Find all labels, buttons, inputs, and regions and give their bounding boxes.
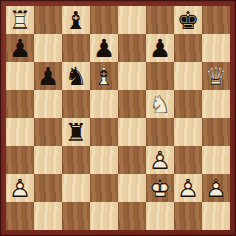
piece-white-bishop[interactable]: ♝♗: [90, 62, 118, 90]
square-d7[interactable]: ♟: [90, 34, 118, 62]
square-h2[interactable]: ♟♙: [202, 174, 230, 202]
square-e5[interactable]: [118, 90, 146, 118]
piece-white-queen[interactable]: ♛♕: [202, 62, 230, 90]
square-d1[interactable]: [90, 202, 118, 230]
square-b5[interactable]: [34, 90, 62, 118]
square-g6[interactable]: [174, 62, 202, 90]
square-g7[interactable]: [174, 34, 202, 62]
square-a1[interactable]: [6, 202, 34, 230]
piece-black-pawn[interactable]: ♟: [90, 34, 118, 62]
square-f6[interactable]: [146, 62, 174, 90]
square-a3[interactable]: [6, 146, 34, 174]
square-f1[interactable]: [146, 202, 174, 230]
square-a5[interactable]: [6, 90, 34, 118]
square-f4[interactable]: [146, 118, 174, 146]
square-b7[interactable]: [34, 34, 62, 62]
piece-black-pawn[interactable]: ♟: [146, 34, 174, 62]
piece-white-king[interactable]: ♚♔: [146, 174, 174, 202]
square-c5[interactable]: [62, 90, 90, 118]
square-g3[interactable]: [174, 146, 202, 174]
square-f7[interactable]: ♟: [146, 34, 174, 62]
square-a8[interactable]: ♜♖: [6, 6, 34, 34]
square-b3[interactable]: [34, 146, 62, 174]
piece-white-pawn[interactable]: ♟♙: [6, 174, 34, 202]
square-e7[interactable]: [118, 34, 146, 62]
piece-white-pawn[interactable]: ♟♙: [174, 174, 202, 202]
piece-white-pawn[interactable]: ♟♙: [146, 146, 174, 174]
square-e2[interactable]: [118, 174, 146, 202]
square-d4[interactable]: [90, 118, 118, 146]
square-e1[interactable]: [118, 202, 146, 230]
square-f5[interactable]: ♞♘: [146, 90, 174, 118]
square-c1[interactable]: [62, 202, 90, 230]
board-frame: ♜♖♝♚♟♟♟♟♞♝♗♛♕♞♘♜♟♙♟♙♚♔♟♙♟♙: [0, 0, 236, 236]
square-f8[interactable]: [146, 6, 174, 34]
square-e6[interactable]: [118, 62, 146, 90]
square-a6[interactable]: [6, 62, 34, 90]
piece-black-rook[interactable]: ♜: [62, 118, 90, 146]
square-d6[interactable]: ♝♗: [90, 62, 118, 90]
square-c8[interactable]: ♝: [62, 6, 90, 34]
square-e3[interactable]: [118, 146, 146, 174]
square-h4[interactable]: [202, 118, 230, 146]
square-b4[interactable]: [34, 118, 62, 146]
square-h5[interactable]: [202, 90, 230, 118]
square-a7[interactable]: ♟: [6, 34, 34, 62]
square-g1[interactable]: [174, 202, 202, 230]
square-c7[interactable]: [62, 34, 90, 62]
square-g4[interactable]: [174, 118, 202, 146]
square-h3[interactable]: [202, 146, 230, 174]
square-d3[interactable]: [90, 146, 118, 174]
chess-board: ♜♖♝♚♟♟♟♟♞♝♗♛♕♞♘♜♟♙♟♙♚♔♟♙♟♙: [6, 6, 230, 230]
square-d5[interactable]: [90, 90, 118, 118]
square-h1[interactable]: [202, 202, 230, 230]
piece-black-pawn[interactable]: ♟: [34, 62, 62, 90]
piece-black-king[interactable]: ♚: [174, 6, 202, 34]
square-e8[interactable]: [118, 6, 146, 34]
square-b6[interactable]: ♟: [34, 62, 62, 90]
square-d8[interactable]: [90, 6, 118, 34]
square-g8[interactable]: ♚: [174, 6, 202, 34]
square-g5[interactable]: [174, 90, 202, 118]
square-b8[interactable]: [34, 6, 62, 34]
square-b2[interactable]: [34, 174, 62, 202]
square-a4[interactable]: [6, 118, 34, 146]
square-b1[interactable]: [34, 202, 62, 230]
square-c2[interactable]: [62, 174, 90, 202]
piece-white-pawn[interactable]: ♟♙: [202, 174, 230, 202]
square-e4[interactable]: [118, 118, 146, 146]
piece-black-bishop[interactable]: ♝: [62, 6, 90, 34]
square-h7[interactable]: [202, 34, 230, 62]
square-h6[interactable]: ♛♕: [202, 62, 230, 90]
piece-black-knight[interactable]: ♞: [62, 62, 90, 90]
square-g2[interactable]: ♟♙: [174, 174, 202, 202]
square-a2[interactable]: ♟♙: [6, 174, 34, 202]
square-c6[interactable]: ♞: [62, 62, 90, 90]
piece-white-knight[interactable]: ♞♘: [146, 90, 174, 118]
square-c3[interactable]: [62, 146, 90, 174]
piece-black-pawn[interactable]: ♟: [6, 34, 34, 62]
square-c4[interactable]: ♜: [62, 118, 90, 146]
square-h8[interactable]: [202, 6, 230, 34]
square-d2[interactable]: [90, 174, 118, 202]
square-f2[interactable]: ♚♔: [146, 174, 174, 202]
piece-white-rook[interactable]: ♜♖: [6, 6, 34, 34]
square-f3[interactable]: ♟♙: [146, 146, 174, 174]
